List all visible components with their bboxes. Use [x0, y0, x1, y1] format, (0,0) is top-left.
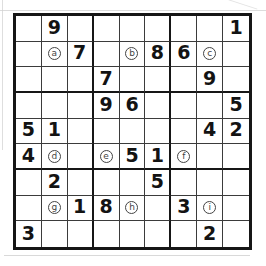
cell-r7c3[interactable]	[68, 170, 94, 196]
cell-r5c1[interactable]: 5	[16, 119, 42, 145]
circled-label-f: f	[177, 150, 190, 163]
circled-label-a: a	[48, 47, 61, 60]
given-digit: 1	[151, 146, 164, 165]
cell-r8c7[interactable]: 3	[171, 196, 197, 222]
cell-r2c5[interactable]: b	[120, 42, 146, 68]
given-digit: 2	[203, 224, 216, 243]
given-digit: 6	[125, 95, 138, 114]
given-digit: 6	[177, 43, 190, 62]
cell-r4c1[interactable]	[16, 93, 42, 119]
circled-label-c: c	[203, 47, 216, 60]
cell-r3c2[interactable]	[42, 67, 68, 93]
cell-r9c1[interactable]: 3	[16, 221, 42, 247]
circled-label-b: b	[125, 47, 138, 60]
given-digit: 8	[99, 197, 112, 216]
cell-r6c1[interactable]: 4	[16, 144, 42, 170]
given-digit: 5	[22, 120, 35, 139]
cell-r4c9[interactable]: 5	[223, 93, 249, 119]
given-digit: 4	[203, 120, 216, 139]
cell-r9c5[interactable]	[120, 221, 146, 247]
cell-r3c4[interactable]: 7	[94, 67, 120, 93]
cell-r8c4[interactable]: 8	[94, 196, 120, 222]
cell-r6c3[interactable]	[68, 144, 94, 170]
cell-r5c7[interactable]	[171, 119, 197, 145]
cell-r2c1[interactable]	[16, 42, 42, 68]
given-digit: 7	[73, 43, 86, 62]
cell-r3c6[interactable]	[145, 67, 171, 93]
cell-r2c3[interactable]: 7	[68, 42, 94, 68]
cell-r8c1[interactable]	[16, 196, 42, 222]
cell-r8c9[interactable]	[223, 196, 249, 222]
given-digit: 9	[203, 69, 216, 88]
circled-label-d: d	[48, 150, 61, 163]
cell-r5c3[interactable]	[68, 119, 94, 145]
cell-r7c2[interactable]: 2	[42, 170, 68, 196]
cell-r4c3[interactable]	[68, 93, 94, 119]
cell-r5c5[interactable]	[120, 119, 146, 145]
cell-r6c4[interactable]: e	[94, 144, 120, 170]
sudoku-board: 91a7b86c7996551424de51f25g18h3i32	[13, 13, 252, 250]
cell-r2c4[interactable]	[94, 42, 120, 68]
cell-r7c9[interactable]	[223, 170, 249, 196]
cell-r6c8[interactable]	[197, 144, 223, 170]
cell-r8c8[interactable]: i	[197, 196, 223, 222]
cell-r3c3[interactable]	[68, 67, 94, 93]
cell-r4c8[interactable]	[197, 93, 223, 119]
cell-r6c2[interactable]: d	[42, 144, 68, 170]
scan-artifact-left-line	[2, 0, 3, 150]
cell-r7c8[interactable]	[197, 170, 223, 196]
given-digit: 1	[73, 197, 86, 216]
cell-r2c7[interactable]: 6	[171, 42, 197, 68]
given-digit: 1	[48, 120, 61, 139]
cell-r5c4[interactable]	[94, 119, 120, 145]
given-digit: 7	[99, 69, 112, 88]
cell-r6c6[interactable]: 1	[145, 144, 171, 170]
given-digit: 8	[151, 43, 164, 62]
given-digit: 5	[151, 172, 164, 191]
cell-r5c9[interactable]: 2	[223, 119, 249, 145]
cell-r7c6[interactable]: 5	[145, 170, 171, 196]
given-digit: 3	[177, 197, 190, 216]
cell-r9c8[interactable]: 2	[197, 221, 223, 247]
cell-r9c4[interactable]	[94, 221, 120, 247]
cell-r1c7[interactable]	[171, 16, 197, 42]
given-digit: 5	[229, 95, 242, 114]
cell-r7c4[interactable]	[94, 170, 120, 196]
cell-r9c6[interactable]	[145, 221, 171, 247]
cell-r6c9[interactable]	[223, 144, 249, 170]
cell-r4c5[interactable]: 6	[120, 93, 146, 119]
given-digit: 9	[99, 95, 112, 114]
cell-r3c1[interactable]	[16, 67, 42, 93]
cell-r9c7[interactable]	[171, 221, 197, 247]
cell-r2c9[interactable]	[223, 42, 249, 68]
cell-r1c9[interactable]: 1	[223, 16, 249, 42]
cell-r2c8[interactable]: c	[197, 42, 223, 68]
cell-r8c2[interactable]: g	[42, 196, 68, 222]
cell-r7c1[interactable]	[16, 170, 42, 196]
cell-r1c2[interactable]: 9	[42, 16, 68, 42]
scan-artifact-diagonal	[229, 0, 258, 10]
circled-label-g: g	[48, 201, 61, 214]
cell-r3c9[interactable]	[223, 67, 249, 93]
cell-r4c7[interactable]	[171, 93, 197, 119]
cell-r5c6[interactable]	[145, 119, 171, 145]
cell-r3c7[interactable]	[171, 67, 197, 93]
cell-r4c4[interactable]: 9	[94, 93, 120, 119]
circled-label-i: i	[203, 201, 216, 214]
cell-r1c5[interactable]	[120, 16, 146, 42]
circled-label-e: e	[100, 150, 113, 163]
cell-r3c8[interactable]: 9	[197, 67, 223, 93]
given-digit: 5	[125, 146, 138, 165]
cell-r1c6[interactable]	[145, 16, 171, 42]
cell-r7c5[interactable]	[120, 170, 146, 196]
given-digit: 9	[48, 18, 61, 37]
cell-r8c3[interactable]: 1	[68, 196, 94, 222]
given-digit: 4	[22, 146, 35, 165]
given-digit: 2	[229, 120, 242, 139]
cell-r1c8[interactable]	[197, 16, 223, 42]
cell-r8c6[interactable]	[145, 196, 171, 222]
scanned-page: 91a7b86c7996551424de51f25g18h3i32	[0, 0, 266, 266]
cell-r1c1[interactable]	[16, 16, 42, 42]
cell-r2c2[interactable]: a	[42, 42, 68, 68]
cell-r4c2[interactable]	[42, 93, 68, 119]
scan-artifact-top-line	[0, 10, 266, 11]
cell-r6c5[interactable]: 5	[120, 144, 146, 170]
cell-r8c5[interactable]: h	[120, 196, 146, 222]
cell-r9c3[interactable]	[68, 221, 94, 247]
cell-r2c6[interactable]: 8	[145, 42, 171, 68]
given-digit: 3	[22, 224, 35, 243]
scan-artifact-bottom-line	[4, 255, 250, 256]
cell-r9c9[interactable]	[223, 221, 249, 247]
cell-r1c4[interactable]	[94, 16, 120, 42]
given-digit: 2	[48, 172, 61, 191]
cell-r9c2[interactable]	[42, 221, 68, 247]
given-digit: 1	[229, 18, 242, 37]
circled-label-h: h	[125, 201, 138, 214]
cell-r7c7[interactable]	[171, 170, 197, 196]
cell-r1c3[interactable]	[68, 16, 94, 42]
cell-r5c2[interactable]: 1	[42, 119, 68, 145]
cell-r5c8[interactable]: 4	[197, 119, 223, 145]
cell-r6c7[interactable]: f	[171, 144, 197, 170]
cell-r4c6[interactable]	[145, 93, 171, 119]
cell-r3c5[interactable]	[120, 67, 146, 93]
